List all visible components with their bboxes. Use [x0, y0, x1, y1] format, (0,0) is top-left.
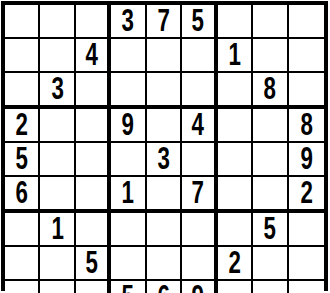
cell-r8c9[interactable]: [289, 247, 324, 281]
cell-r4c8[interactable]: [253, 109, 288, 143]
given-digit: 4: [85, 39, 97, 71]
cell-r6c4[interactable]: 1: [111, 177, 146, 213]
cell-r9c3[interactable]: [76, 281, 111, 293]
cell-r6c5[interactable]: [147, 177, 182, 213]
cell-r2c2[interactable]: [40, 39, 75, 73]
cell-r5c2[interactable]: [40, 143, 75, 177]
cell-r7c7[interactable]: [218, 213, 253, 247]
cell-r2c8[interactable]: [253, 39, 288, 73]
cell-r7c8[interactable]: 5: [253, 213, 288, 247]
given-digit: 5: [122, 281, 134, 293]
cell-r3c9[interactable]: [289, 73, 324, 109]
given-digit: 9: [300, 143, 312, 175]
cell-r9c4[interactable]: 5: [111, 281, 146, 293]
cell-r3c8[interactable]: 8: [253, 73, 288, 109]
cell-r3c2[interactable]: 3: [40, 73, 75, 109]
cell-r4c1[interactable]: 2: [5, 109, 40, 143]
cell-r1c6[interactable]: 5: [182, 5, 217, 39]
cell-r6c2[interactable]: [40, 177, 75, 213]
given-digit: 2: [300, 177, 312, 209]
sudoku-board: 3754138294853961721552569: [1, 1, 328, 291]
cell-r8c1[interactable]: [5, 247, 40, 281]
cell-r4c7[interactable]: [218, 109, 253, 143]
cell-r7c5[interactable]: [147, 213, 182, 247]
cell-r3c5[interactable]: [147, 73, 182, 109]
cell-r6c8[interactable]: [253, 177, 288, 213]
cell-r4c9[interactable]: 8: [289, 109, 324, 143]
cell-r2c4[interactable]: [111, 39, 146, 73]
cell-r5c8[interactable]: [253, 143, 288, 177]
cell-r2c9[interactable]: [289, 39, 324, 73]
cell-r7c4[interactable]: [111, 213, 146, 247]
cell-r1c5[interactable]: 7: [147, 5, 182, 39]
cell-r4c4[interactable]: 9: [111, 109, 146, 143]
cell-r6c9[interactable]: 2: [289, 177, 324, 213]
cell-r8c2[interactable]: [40, 247, 75, 281]
cell-r7c9[interactable]: [289, 213, 324, 247]
cell-r3c6[interactable]: [182, 73, 217, 109]
cell-r3c7[interactable]: [218, 73, 253, 109]
cell-r4c5[interactable]: [147, 109, 182, 143]
given-digit: 6: [157, 281, 169, 293]
cell-r5c4[interactable]: [111, 143, 146, 177]
cell-r9c9[interactable]: [289, 281, 324, 293]
cell-r1c2[interactable]: [40, 5, 75, 39]
cell-r8c3[interactable]: 5: [76, 247, 111, 281]
given-digit: 4: [192, 109, 204, 141]
cell-r1c8[interactable]: [253, 5, 288, 39]
cell-r9c8[interactable]: [253, 281, 288, 293]
given-digit: 9: [122, 109, 134, 141]
cell-r5c6[interactable]: [182, 143, 217, 177]
cell-r4c3[interactable]: [76, 109, 111, 143]
given-digit: 7: [157, 5, 169, 37]
cell-r3c3[interactable]: [76, 73, 111, 109]
given-digit: 5: [264, 213, 276, 245]
given-digit: 8: [264, 73, 276, 105]
given-digit: 1: [51, 213, 63, 245]
given-digit: 5: [85, 247, 97, 279]
cell-r7c6[interactable]: [182, 213, 217, 247]
cell-r8c5[interactable]: [147, 247, 182, 281]
cell-r1c1[interactable]: [5, 5, 40, 39]
cell-r2c7[interactable]: 1: [218, 39, 253, 73]
cell-r7c3[interactable]: [76, 213, 111, 247]
given-digit: 5: [16, 143, 28, 175]
cell-r5c7[interactable]: [218, 143, 253, 177]
cell-r5c3[interactable]: [76, 143, 111, 177]
cell-r9c5[interactable]: 6: [147, 281, 182, 293]
cell-r6c7[interactable]: [218, 177, 253, 213]
cell-r7c2[interactable]: 1: [40, 213, 75, 247]
cell-r4c2[interactable]: [40, 109, 75, 143]
cell-r8c6[interactable]: [182, 247, 217, 281]
cell-r6c6[interactable]: 7: [182, 177, 217, 213]
cell-r6c1[interactable]: 6: [5, 177, 40, 213]
cell-r8c8[interactable]: [253, 247, 288, 281]
cell-r5c9[interactable]: 9: [289, 143, 324, 177]
cell-r1c4[interactable]: 3: [111, 5, 146, 39]
cell-r8c7[interactable]: 2: [218, 247, 253, 281]
given-digit: 2: [228, 247, 240, 279]
cell-r5c1[interactable]: 5: [5, 143, 40, 177]
cell-r9c6[interactable]: 9: [182, 281, 217, 293]
given-digit: 1: [122, 177, 134, 209]
cell-r2c3[interactable]: 4: [76, 39, 111, 73]
cell-r4c6[interactable]: 4: [182, 109, 217, 143]
cell-r6c3[interactable]: [76, 177, 111, 213]
cell-r2c1[interactable]: [5, 39, 40, 73]
cell-r3c4[interactable]: [111, 73, 146, 109]
cell-r1c7[interactable]: [218, 5, 253, 39]
given-digit: 3: [157, 143, 169, 175]
cell-r9c2[interactable]: [40, 281, 75, 293]
cell-r8c4[interactable]: [111, 247, 146, 281]
given-digit: 8: [300, 109, 312, 141]
given-digit: 3: [122, 5, 134, 37]
given-digit: 5: [192, 5, 204, 37]
given-digit: 2: [16, 109, 28, 141]
cell-r9c7[interactable]: [218, 281, 253, 293]
given-digit: 1: [228, 39, 240, 71]
cell-r3c1[interactable]: [5, 73, 40, 109]
cell-r9c1[interactable]: [5, 281, 40, 293]
cell-r5c5[interactable]: 3: [147, 143, 182, 177]
given-digit: 9: [192, 281, 204, 293]
cell-r2c5[interactable]: [147, 39, 182, 73]
cell-r7c1[interactable]: [5, 213, 40, 247]
given-digit: 7: [192, 177, 204, 209]
given-digit: 3: [51, 73, 63, 105]
cell-r1c3[interactable]: [76, 5, 111, 39]
cell-r1c9[interactable]: [289, 5, 324, 39]
cell-r2c6[interactable]: [182, 39, 217, 73]
given-digit: 6: [16, 177, 28, 209]
